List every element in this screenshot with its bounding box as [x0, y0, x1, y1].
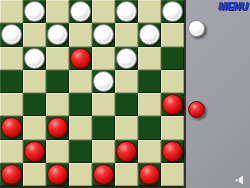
square-r5c0[interactable]	[0, 116, 23, 139]
red-piece-r6c1[interactable]	[24, 141, 45, 162]
square-r1c6[interactable]	[138, 23, 161, 46]
red-piece-r4c7[interactable]	[162, 94, 183, 115]
red-piece-r6c7[interactable]	[162, 141, 183, 162]
square-r4c3[interactable]	[69, 93, 92, 116]
square-r3c7[interactable]	[161, 70, 184, 93]
square-r5c6[interactable]	[138, 116, 161, 139]
square-r4c7[interactable]	[161, 93, 184, 116]
square-r5c2[interactable]	[46, 116, 69, 139]
white-piece-r1c6[interactable]	[139, 24, 160, 45]
captured-white-piece	[188, 20, 205, 37]
square-r2c6[interactable]	[138, 47, 161, 70]
square-r3c6[interactable]	[138, 70, 161, 93]
square-r0c7[interactable]	[161, 0, 184, 23]
square-r1c2[interactable]	[46, 23, 69, 46]
square-r5c1[interactable]	[23, 116, 46, 139]
square-r2c5[interactable]	[115, 47, 138, 70]
square-r1c4[interactable]	[92, 23, 115, 46]
square-r3c4[interactable]	[92, 70, 115, 93]
square-r2c0[interactable]	[0, 47, 23, 70]
square-r0c6[interactable]	[138, 0, 161, 23]
square-r7c2[interactable]	[46, 163, 69, 186]
square-r0c1[interactable]	[23, 0, 46, 23]
square-r6c6[interactable]	[138, 140, 161, 163]
square-r6c5[interactable]	[115, 140, 138, 163]
square-r0c4[interactable]	[92, 0, 115, 23]
square-r4c4[interactable]	[92, 93, 115, 116]
square-r6c7[interactable]	[161, 140, 184, 163]
white-piece-r0c1[interactable]	[24, 1, 45, 22]
red-piece-r2c3[interactable]	[70, 48, 91, 69]
red-piece-r7c4[interactable]	[93, 164, 114, 185]
white-piece-r2c1[interactable]	[24, 48, 45, 69]
square-r4c2[interactable]	[46, 93, 69, 116]
white-piece-r1c0[interactable]	[1, 24, 22, 45]
menu-button[interactable]: MENU	[219, 1, 248, 12]
square-r3c1[interactable]	[23, 70, 46, 93]
red-piece-r7c0[interactable]	[1, 164, 22, 185]
square-r3c5[interactable]	[115, 70, 138, 93]
board	[0, 0, 186, 188]
square-r7c6[interactable]	[138, 163, 161, 186]
red-piece-r7c2[interactable]	[47, 164, 68, 185]
square-r0c2[interactable]	[46, 0, 69, 23]
square-r7c3[interactable]	[69, 163, 92, 186]
square-r3c3[interactable]	[69, 70, 92, 93]
square-r0c3[interactable]	[69, 0, 92, 23]
white-piece-r0c3[interactable]	[70, 1, 91, 22]
red-piece-r7c6[interactable]	[139, 164, 160, 185]
square-r5c5[interactable]	[115, 116, 138, 139]
square-r1c1[interactable]	[23, 23, 46, 46]
square-r1c0[interactable]	[0, 23, 23, 46]
square-r3c2[interactable]	[46, 70, 69, 93]
square-r4c6[interactable]	[138, 93, 161, 116]
square-r0c0[interactable]	[0, 0, 23, 23]
square-r5c4[interactable]	[92, 116, 115, 139]
square-r0c5[interactable]	[115, 0, 138, 23]
red-piece-r5c0[interactable]	[1, 117, 22, 138]
white-piece-r1c2[interactable]	[47, 24, 68, 45]
square-r6c4[interactable]	[92, 140, 115, 163]
square-r7c4[interactable]	[92, 163, 115, 186]
square-r7c1[interactable]	[23, 163, 46, 186]
square-r2c7[interactable]	[161, 47, 184, 70]
square-r6c0[interactable]	[0, 140, 23, 163]
square-r2c4[interactable]	[92, 47, 115, 70]
square-r7c7[interactable]	[161, 163, 184, 186]
square-r2c1[interactable]	[23, 47, 46, 70]
square-r1c7[interactable]	[161, 23, 184, 46]
checkers-game-window: MENU	[0, 0, 250, 188]
square-r3c0[interactable]	[0, 70, 23, 93]
white-piece-r3c4[interactable]	[93, 71, 114, 92]
square-r7c5[interactable]	[115, 163, 138, 186]
square-r7c0[interactable]	[0, 163, 23, 186]
square-r6c1[interactable]	[23, 140, 46, 163]
white-piece-r1c4[interactable]	[93, 24, 114, 45]
square-r6c2[interactable]	[46, 140, 69, 163]
square-r5c7[interactable]	[161, 116, 184, 139]
speaker-icon[interactable]	[234, 174, 248, 186]
captured-red-piece	[188, 101, 205, 118]
white-piece-r0c5[interactable]	[116, 1, 137, 22]
square-r5c3[interactable]	[69, 116, 92, 139]
square-r4c5[interactable]	[115, 93, 138, 116]
side-panel: MENU	[186, 0, 250, 188]
red-piece-r6c5[interactable]	[116, 141, 137, 162]
square-r4c1[interactable]	[23, 93, 46, 116]
square-r2c2[interactable]	[46, 47, 69, 70]
square-r1c5[interactable]	[115, 23, 138, 46]
square-r1c3[interactable]	[69, 23, 92, 46]
white-piece-r2c5[interactable]	[116, 48, 137, 69]
square-r2c3[interactable]	[69, 47, 92, 70]
square-r4c0[interactable]	[0, 93, 23, 116]
square-r6c3[interactable]	[69, 140, 92, 163]
red-piece-r5c2[interactable]	[47, 117, 68, 138]
white-piece-r0c7[interactable]	[162, 1, 183, 22]
